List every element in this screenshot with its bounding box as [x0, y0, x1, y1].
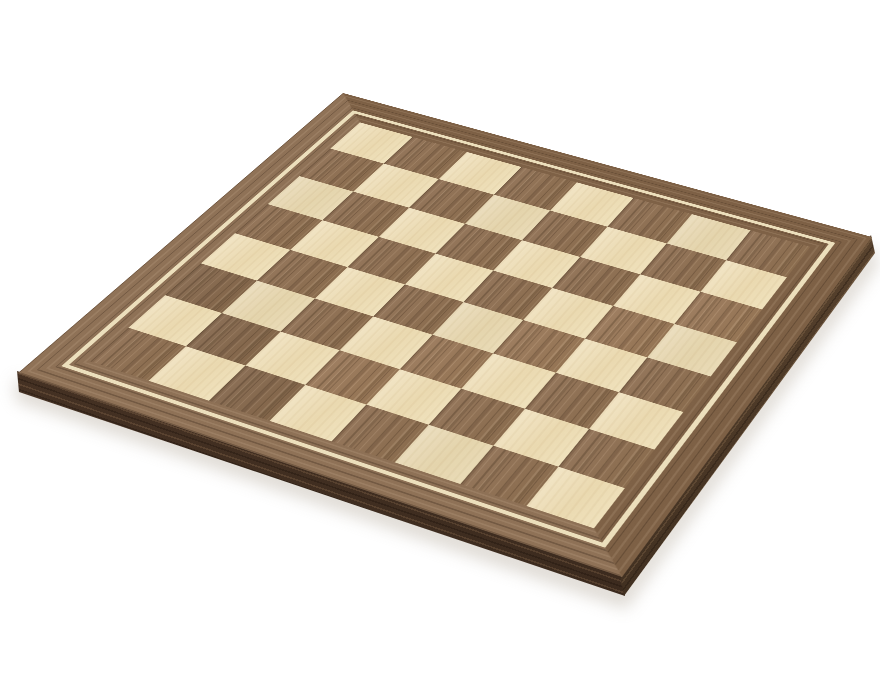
chess-board	[18, 93, 872, 577]
product-photo-background	[0, 0, 880, 680]
